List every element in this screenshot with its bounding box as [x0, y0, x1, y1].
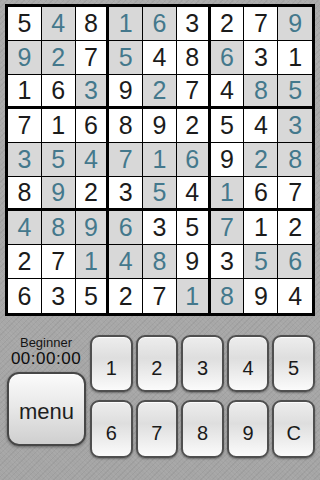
- cell-r7c8[interactable]: 1: [244, 211, 278, 245]
- cell-r5c2[interactable]: 5: [42, 143, 76, 177]
- cell-r9c1[interactable]: 6: [8, 279, 42, 313]
- cell-r2c8[interactable]: 3: [244, 41, 278, 75]
- cell-r9c2[interactable]: 3: [42, 279, 76, 313]
- cell-r7c4[interactable]: 6: [109, 211, 143, 245]
- cell-r4c4[interactable]: 8: [109, 109, 143, 143]
- cell-r9c5[interactable]: 7: [143, 279, 177, 313]
- cell-r2c5[interactable]: 4: [143, 41, 177, 75]
- cell-r9c4[interactable]: 2: [109, 279, 143, 313]
- cell-r3c2[interactable]: 6: [42, 75, 76, 109]
- keypad-row-1: 12345: [90, 335, 315, 392]
- cell-r9c6[interactable]: 1: [177, 279, 211, 313]
- cell-r4c3[interactable]: 6: [76, 109, 110, 143]
- cell-r7c5[interactable]: 3: [143, 211, 177, 245]
- cell-r1c6[interactable]: 3: [177, 7, 211, 41]
- cell-r4c1[interactable]: 7: [8, 109, 42, 143]
- cell-r2c9[interactable]: 1: [278, 41, 312, 75]
- cell-r6c8[interactable]: 6: [244, 177, 278, 211]
- cell-r3c7[interactable]: 4: [211, 75, 245, 109]
- cell-r2c6[interactable]: 8: [177, 41, 211, 75]
- cell-r6c3[interactable]: 2: [76, 177, 110, 211]
- cell-r2c4[interactable]: 5: [109, 41, 143, 75]
- cell-r2c1[interactable]: 9: [8, 41, 42, 75]
- cell-r5c6[interactable]: 6: [177, 143, 211, 177]
- cell-r8c5[interactable]: 8: [143, 245, 177, 279]
- keypad-button-4[interactable]: 4: [227, 335, 270, 392]
- keypad-button-5[interactable]: 5: [272, 335, 315, 392]
- cell-r1c2[interactable]: 4: [42, 7, 76, 41]
- keypad-row-2: 6789C: [90, 400, 315, 458]
- keypad-button-9[interactable]: 9: [227, 400, 270, 458]
- cell-r6c4[interactable]: 3: [109, 177, 143, 211]
- status-timer: 00:00:00: [0, 349, 92, 369]
- cell-r4c6[interactable]: 2: [177, 109, 211, 143]
- cell-r8c2[interactable]: 7: [42, 245, 76, 279]
- cell-r6c6[interactable]: 4: [177, 177, 211, 211]
- cell-r8c7[interactable]: 3: [211, 245, 245, 279]
- cell-r8c6[interactable]: 9: [177, 245, 211, 279]
- cell-r5c8[interactable]: 2: [244, 143, 278, 177]
- cell-r8c9[interactable]: 6: [278, 245, 312, 279]
- cell-r5c3[interactable]: 4: [76, 143, 110, 177]
- cell-r3c5[interactable]: 2: [143, 75, 177, 109]
- cell-r3c4[interactable]: 9: [109, 75, 143, 109]
- cell-r9c7[interactable]: 8: [211, 279, 245, 313]
- cell-r7c1[interactable]: 4: [8, 211, 42, 245]
- cell-r9c8[interactable]: 9: [244, 279, 278, 313]
- cell-r4c9[interactable]: 3: [278, 109, 312, 143]
- cell-r1c3[interactable]: 8: [76, 7, 110, 41]
- cell-r4c2[interactable]: 1: [42, 109, 76, 143]
- cell-r6c9[interactable]: 7: [278, 177, 312, 211]
- cell-r1c4[interactable]: 1: [109, 7, 143, 41]
- keypad-button-clear[interactable]: C: [272, 400, 315, 458]
- cell-r5c1[interactable]: 3: [8, 143, 42, 177]
- keypad-button-8[interactable]: 8: [181, 400, 224, 458]
- cell-r7c9[interactable]: 2: [278, 211, 312, 245]
- cell-r3c8[interactable]: 8: [244, 75, 278, 109]
- cell-r2c3[interactable]: 7: [76, 41, 110, 75]
- cell-r1c5[interactable]: 6: [143, 7, 177, 41]
- cell-r9c9[interactable]: 4: [278, 279, 312, 313]
- cell-r3c1[interactable]: 1: [8, 75, 42, 109]
- menu-button[interactable]: menu: [7, 372, 86, 446]
- cell-r2c2[interactable]: 2: [42, 41, 76, 75]
- board: 5481632799275486311639274857168925433547…: [5, 4, 315, 316]
- cell-r4c8[interactable]: 4: [244, 109, 278, 143]
- cell-r1c8[interactable]: 7: [244, 7, 278, 41]
- keypad-button-1[interactable]: 1: [90, 335, 133, 392]
- cell-r5c9[interactable]: 8: [278, 143, 312, 177]
- cell-r2c7[interactable]: 6: [211, 41, 245, 75]
- cell-r6c2[interactable]: 9: [42, 177, 76, 211]
- cell-r1c1[interactable]: 5: [8, 7, 42, 41]
- cell-r5c4[interactable]: 7: [109, 143, 143, 177]
- cell-r8c3[interactable]: 1: [76, 245, 110, 279]
- cell-r5c5[interactable]: 1: [143, 143, 177, 177]
- cell-r6c1[interactable]: 8: [8, 177, 42, 211]
- app-screen: 5481632799275486311639274857168925433547…: [0, 0, 320, 480]
- cell-r7c3[interactable]: 9: [76, 211, 110, 245]
- cell-r3c3[interactable]: 3: [76, 75, 110, 109]
- keypad-button-6[interactable]: 6: [90, 400, 133, 458]
- cell-r3c6[interactable]: 7: [177, 75, 211, 109]
- cell-r7c7[interactable]: 7: [211, 211, 245, 245]
- keypad-button-3[interactable]: 3: [181, 335, 224, 392]
- cell-r4c7[interactable]: 5: [211, 109, 245, 143]
- cell-r7c6[interactable]: 5: [177, 211, 211, 245]
- cell-r5c7[interactable]: 9: [211, 143, 245, 177]
- cell-r9c3[interactable]: 5: [76, 279, 110, 313]
- cell-r1c9[interactable]: 9: [278, 7, 312, 41]
- cell-r4c5[interactable]: 9: [143, 109, 177, 143]
- cell-r6c7[interactable]: 1: [211, 177, 245, 211]
- keypad-button-7[interactable]: 7: [136, 400, 179, 458]
- keypad-button-2[interactable]: 2: [136, 335, 179, 392]
- cell-r3c9[interactable]: 5: [278, 75, 312, 109]
- cell-r8c8[interactable]: 5: [244, 245, 278, 279]
- cell-r1c7[interactable]: 2: [211, 7, 245, 41]
- cell-r6c5[interactable]: 5: [143, 177, 177, 211]
- status-level: Beginner: [0, 335, 92, 350]
- cell-r7c2[interactable]: 8: [42, 211, 76, 245]
- cell-r8c4[interactable]: 4: [109, 245, 143, 279]
- cell-r8c1[interactable]: 2: [8, 245, 42, 279]
